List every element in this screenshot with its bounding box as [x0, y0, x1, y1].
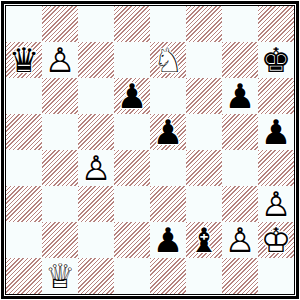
square-f5[interactable]	[186, 114, 222, 150]
square-d8[interactable]	[114, 6, 150, 42]
white-knight: ♞♘	[150, 42, 186, 78]
square-c1[interactable]	[78, 258, 114, 294]
square-d6[interactable]: ♟	[114, 78, 150, 114]
piece-outline-layer: ♙	[222, 222, 258, 258]
piece-outline-layer: ♙	[42, 42, 78, 78]
square-b2[interactable]	[42, 222, 78, 258]
piece-outline-layer: ♔	[258, 222, 294, 258]
square-f4[interactable]	[186, 150, 222, 186]
square-d5[interactable]	[114, 114, 150, 150]
square-h1[interactable]	[258, 258, 294, 294]
square-h8[interactable]	[258, 6, 294, 42]
square-c6[interactable]	[78, 78, 114, 114]
square-g3[interactable]	[222, 186, 258, 222]
square-e6[interactable]	[150, 78, 186, 114]
black-queen: ♛	[6, 42, 42, 78]
black-pawn: ♟	[114, 78, 150, 114]
square-a1[interactable]	[6, 258, 42, 294]
square-f7[interactable]	[186, 42, 222, 78]
square-f2[interactable]: ♝	[186, 222, 222, 258]
square-b8[interactable]	[42, 6, 78, 42]
square-a2[interactable]	[6, 222, 42, 258]
square-e4[interactable]	[150, 150, 186, 186]
white-queen: ♛♕	[42, 258, 78, 294]
black-pawn: ♟	[150, 222, 186, 258]
piece-outline-layer: ♘	[150, 42, 186, 78]
square-h5[interactable]: ♟	[258, 114, 294, 150]
square-f3[interactable]	[186, 186, 222, 222]
square-a5[interactable]	[6, 114, 42, 150]
square-b1[interactable]: ♛♕	[42, 258, 78, 294]
black-pawn: ♟	[258, 114, 294, 150]
piece-solid-layer: ♟	[150, 222, 186, 258]
square-h2[interactable]: ♚♔	[258, 222, 294, 258]
white-pawn: ♟♙	[78, 150, 114, 186]
square-g2[interactable]: ♟♙	[222, 222, 258, 258]
square-b7[interactable]: ♟♙	[42, 42, 78, 78]
white-king: ♚♔	[258, 222, 294, 258]
square-h6[interactable]	[258, 78, 294, 114]
square-c7[interactable]	[78, 42, 114, 78]
square-g5[interactable]	[222, 114, 258, 150]
square-h7[interactable]: ♚	[258, 42, 294, 78]
square-e5[interactable]: ♟	[150, 114, 186, 150]
black-pawn: ♟	[222, 78, 258, 114]
square-d2[interactable]	[114, 222, 150, 258]
piece-outline-layer: ♕	[42, 258, 78, 294]
white-pawn: ♟♙	[42, 42, 78, 78]
piece-solid-layer: ♚	[258, 42, 294, 78]
square-a8[interactable]	[6, 6, 42, 42]
square-h3[interactable]: ♟♙	[258, 186, 294, 222]
square-g6[interactable]: ♟	[222, 78, 258, 114]
square-c5[interactable]	[78, 114, 114, 150]
square-d4[interactable]	[114, 150, 150, 186]
square-e3[interactable]	[150, 186, 186, 222]
square-e8[interactable]	[150, 6, 186, 42]
black-king: ♚	[258, 42, 294, 78]
square-e1[interactable]	[150, 258, 186, 294]
board-frame: ♛♟♙♞♘♚♟♟♟♟♟♙♟♙♟♝♟♙♚♔♛♕	[1, 1, 299, 299]
square-c8[interactable]	[78, 6, 114, 42]
square-e7[interactable]: ♞♘	[150, 42, 186, 78]
square-c4[interactable]: ♟♙	[78, 150, 114, 186]
square-g1[interactable]	[222, 258, 258, 294]
black-pawn: ♟	[150, 114, 186, 150]
square-f1[interactable]	[186, 258, 222, 294]
square-c3[interactable]	[78, 186, 114, 222]
square-g7[interactable]	[222, 42, 258, 78]
black-bishop: ♝	[186, 222, 222, 258]
square-a7[interactable]: ♛	[6, 42, 42, 78]
square-a3[interactable]	[6, 186, 42, 222]
square-g4[interactable]	[222, 150, 258, 186]
square-e2[interactable]: ♟	[150, 222, 186, 258]
diagram-margin: ♛♟♙♞♘♚♟♟♟♟♟♙♟♙♟♝♟♙♚♔♛♕	[0, 0, 300, 300]
white-pawn: ♟♙	[258, 186, 294, 222]
piece-solid-layer: ♝	[186, 222, 222, 258]
square-b5[interactable]	[42, 114, 78, 150]
piece-solid-layer: ♟	[114, 78, 150, 114]
piece-outline-layer: ♙	[258, 186, 294, 222]
square-b4[interactable]	[42, 150, 78, 186]
square-a6[interactable]	[6, 78, 42, 114]
square-d1[interactable]	[114, 258, 150, 294]
piece-solid-layer: ♟	[222, 78, 258, 114]
square-d7[interactable]	[114, 42, 150, 78]
piece-solid-layer: ♟	[258, 114, 294, 150]
chess-board: ♛♟♙♞♘♚♟♟♟♟♟♙♟♙♟♝♟♙♚♔♛♕	[5, 5, 295, 295]
square-b3[interactable]	[42, 186, 78, 222]
white-pawn: ♟♙	[222, 222, 258, 258]
piece-outline-layer: ♙	[78, 150, 114, 186]
square-f8[interactable]	[186, 6, 222, 42]
square-b6[interactable]	[42, 78, 78, 114]
piece-solid-layer: ♟	[150, 114, 186, 150]
square-h4[interactable]	[258, 150, 294, 186]
square-g8[interactable]	[222, 6, 258, 42]
square-f6[interactable]	[186, 78, 222, 114]
square-c2[interactable]	[78, 222, 114, 258]
square-d3[interactable]	[114, 186, 150, 222]
piece-solid-layer: ♛	[6, 42, 42, 78]
square-a4[interactable]	[6, 150, 42, 186]
